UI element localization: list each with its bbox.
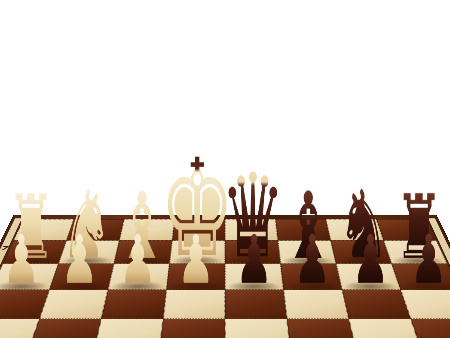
- square-d5: [163, 290, 225, 319]
- square-d4: [159, 319, 225, 338]
- square-e4: [225, 319, 291, 338]
- square-e5: [225, 290, 287, 319]
- square-h6: ♟: [392, 264, 450, 290]
- square-c5: [101, 290, 166, 319]
- square-h4: [411, 319, 450, 338]
- board-grid: ♜♞♝♚♛♝♞♜♟♟♟♟♟♟♟♟: [0, 219, 450, 338]
- board-frame: 7 ♜♞♝♚♛♝♞♜♟♟♟♟♟♟♟♟: [0, 215, 450, 338]
- piece-black-pawn-h6: ♟: [361, 233, 450, 287]
- square-f5: [284, 290, 349, 319]
- square-b5: [39, 290, 107, 319]
- square-c4: [94, 319, 163, 338]
- square-g5: [342, 290, 410, 319]
- square-f4: [287, 319, 356, 338]
- square-b4: [28, 319, 101, 338]
- photo-canvas: 7 ♜♞♝♚♛♝♞♜♟♟♟♟♟♟♟♟: [0, 0, 450, 338]
